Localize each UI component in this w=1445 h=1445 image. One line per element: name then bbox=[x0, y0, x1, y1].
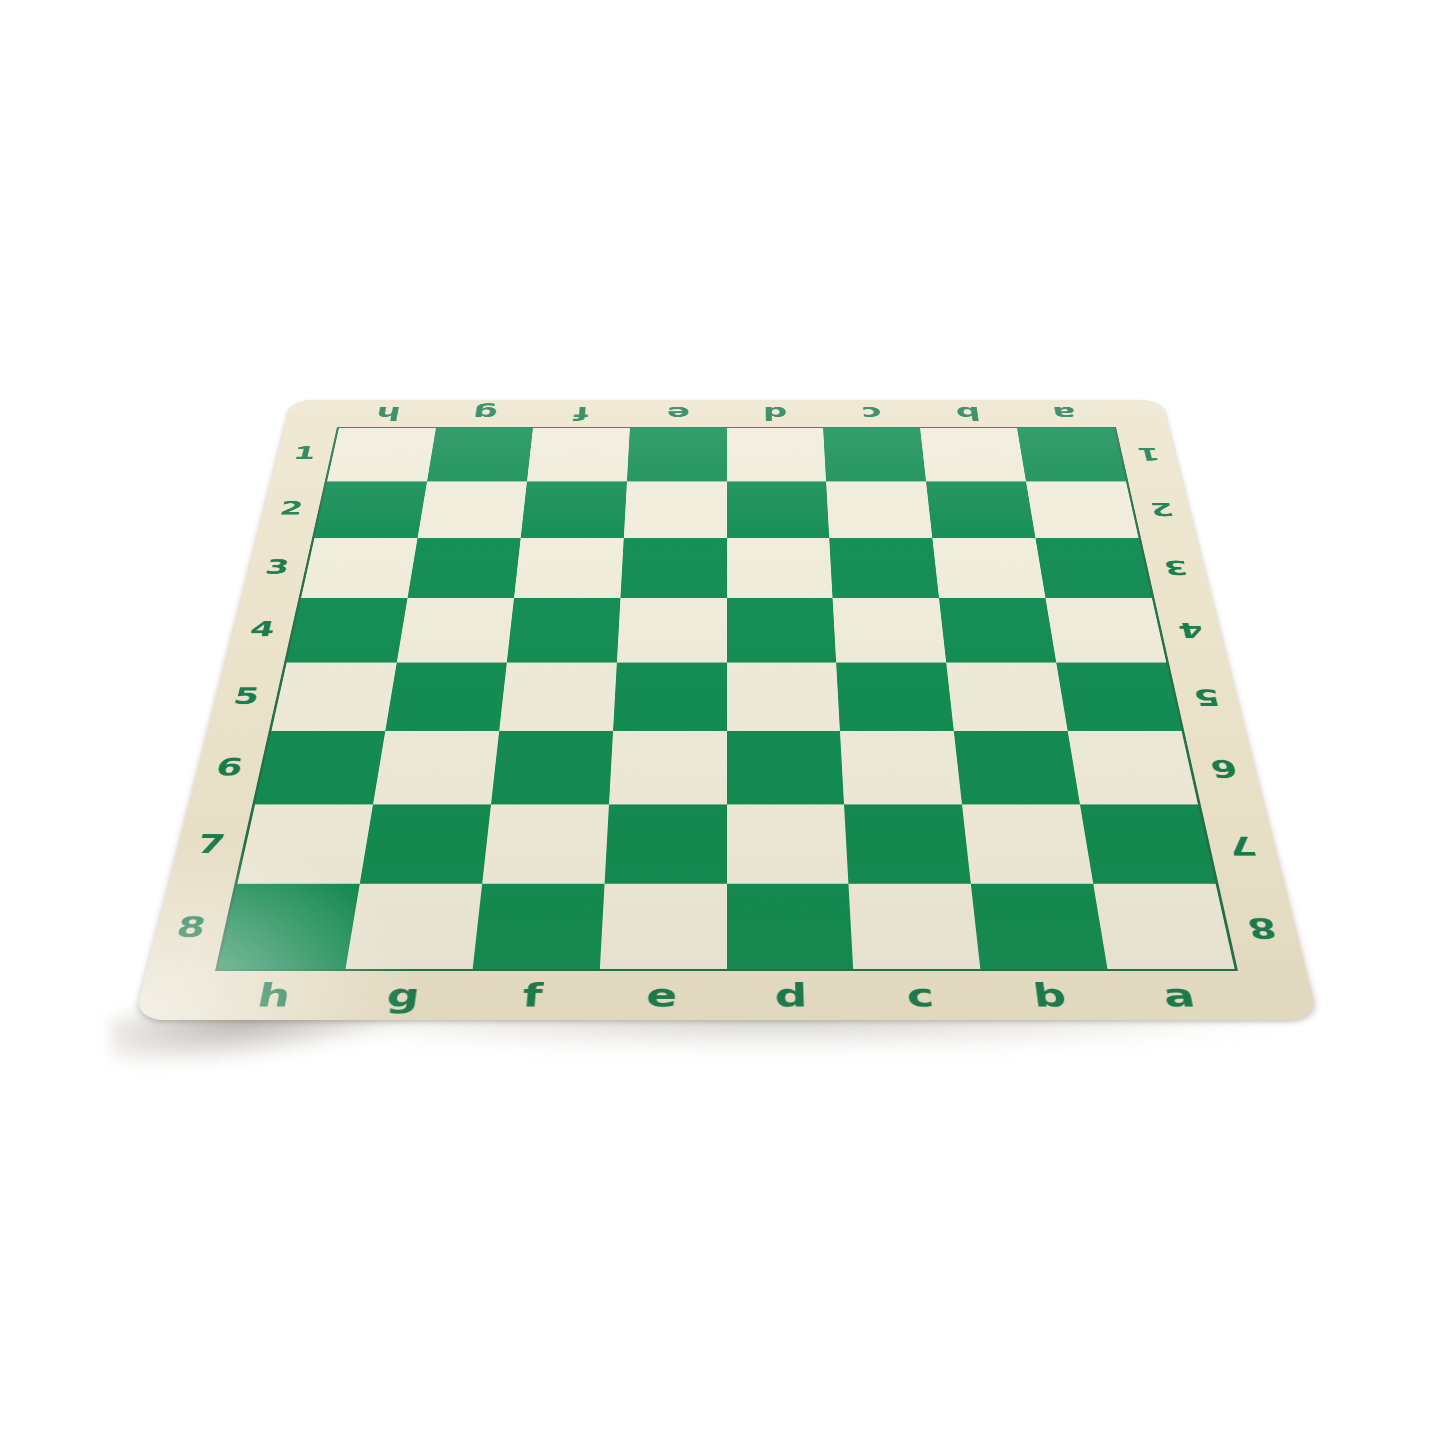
file-label: e bbox=[596, 971, 727, 1020]
square-d5[interactable] bbox=[727, 662, 841, 731]
square-c8[interactable] bbox=[849, 884, 981, 969]
square-c1[interactable] bbox=[823, 428, 926, 481]
square-a1[interactable] bbox=[1017, 428, 1126, 481]
square-d8[interactable] bbox=[727, 884, 854, 969]
square-e8[interactable] bbox=[599, 884, 726, 969]
square-b6[interactable] bbox=[954, 731, 1080, 805]
square-b8[interactable] bbox=[971, 884, 1108, 969]
file-labels-bottom: hgfedcba bbox=[204, 971, 1249, 1020]
square-c7[interactable] bbox=[844, 805, 971, 884]
file-label: g bbox=[335, 971, 471, 1020]
square-d2[interactable] bbox=[727, 481, 830, 537]
square-h5[interactable] bbox=[271, 662, 396, 731]
file-label: e bbox=[629, 400, 726, 427]
square-f3[interactable] bbox=[514, 538, 624, 598]
file-label: c bbox=[822, 400, 921, 427]
file-label: a bbox=[1014, 400, 1116, 427]
square-a7[interactable] bbox=[1080, 805, 1216, 884]
file-label: d bbox=[727, 400, 824, 427]
square-f8[interactable] bbox=[472, 884, 604, 969]
square-e1[interactable] bbox=[627, 428, 727, 481]
square-f7[interactable] bbox=[482, 805, 609, 884]
square-a8[interactable] bbox=[1093, 884, 1234, 969]
square-e7[interactable] bbox=[604, 805, 726, 884]
square-c3[interactable] bbox=[830, 538, 940, 598]
file-label: b bbox=[982, 971, 1118, 1020]
square-b7[interactable] bbox=[962, 805, 1093, 884]
square-a3[interactable] bbox=[1036, 538, 1152, 598]
square-b2[interactable] bbox=[926, 481, 1035, 537]
square-e3[interactable] bbox=[620, 538, 726, 598]
square-f1[interactable] bbox=[527, 428, 630, 481]
file-label: h bbox=[337, 400, 439, 427]
square-g3[interactable] bbox=[407, 538, 520, 598]
square-d7[interactable] bbox=[727, 805, 849, 884]
file-label: g bbox=[434, 400, 534, 427]
file-labels-top: hgfedcba bbox=[337, 400, 1116, 427]
square-a5[interactable] bbox=[1056, 662, 1181, 731]
square-f4[interactable] bbox=[507, 598, 621, 662]
square-c4[interactable] bbox=[833, 598, 947, 662]
square-c2[interactable] bbox=[826, 481, 932, 537]
square-f5[interactable] bbox=[499, 662, 617, 731]
square-h7[interactable] bbox=[237, 805, 373, 884]
square-c5[interactable] bbox=[836, 662, 954, 731]
vinyl-chess-mat: hgfedcba hgfedcba 12345678 12345678 bbox=[134, 400, 1319, 1020]
square-e4[interactable] bbox=[617, 598, 727, 662]
square-e2[interactable] bbox=[623, 481, 726, 537]
file-label: a bbox=[1110, 971, 1249, 1020]
file-label: d bbox=[727, 971, 858, 1020]
square-d6[interactable] bbox=[727, 731, 845, 805]
photo-background: hgfedcba hgfedcba 12345678 12345678 bbox=[0, 0, 1445, 1445]
square-a6[interactable] bbox=[1068, 731, 1198, 805]
square-a2[interactable] bbox=[1026, 481, 1138, 537]
square-h3[interactable] bbox=[301, 538, 417, 598]
file-label: f bbox=[532, 400, 631, 427]
square-c6[interactable] bbox=[840, 731, 962, 805]
square-g7[interactable] bbox=[360, 805, 491, 884]
square-d4[interactable] bbox=[727, 598, 837, 662]
square-g2[interactable] bbox=[417, 481, 526, 537]
square-e6[interactable] bbox=[609, 731, 727, 805]
square-g5[interactable] bbox=[385, 662, 506, 731]
square-b3[interactable] bbox=[933, 538, 1046, 598]
square-f2[interactable] bbox=[520, 481, 626, 537]
file-label: c bbox=[854, 971, 987, 1020]
square-h8[interactable] bbox=[218, 884, 359, 969]
square-a4[interactable] bbox=[1046, 598, 1167, 662]
square-b1[interactable] bbox=[920, 428, 1026, 481]
perspective-scene: hgfedcba hgfedcba 12345678 12345678 bbox=[134, 0, 1319, 1020]
square-g4[interactable] bbox=[397, 598, 514, 662]
square-h2[interactable] bbox=[314, 481, 426, 537]
file-label: b bbox=[918, 400, 1018, 427]
square-b4[interactable] bbox=[939, 598, 1056, 662]
square-d1[interactable] bbox=[727, 428, 827, 481]
square-h1[interactable] bbox=[327, 428, 436, 481]
square-e5[interactable] bbox=[613, 662, 727, 731]
file-label: f bbox=[465, 971, 598, 1020]
square-f6[interactable] bbox=[491, 731, 613, 805]
square-h6[interactable] bbox=[255, 731, 385, 805]
chess-board-grid bbox=[215, 427, 1238, 971]
square-b5[interactable] bbox=[946, 662, 1067, 731]
square-d3[interactable] bbox=[727, 538, 833, 598]
square-g1[interactable] bbox=[427, 428, 533, 481]
square-h4[interactable] bbox=[287, 598, 408, 662]
square-g6[interactable] bbox=[373, 731, 499, 805]
file-label: h bbox=[204, 971, 343, 1020]
square-g8[interactable] bbox=[345, 884, 482, 969]
